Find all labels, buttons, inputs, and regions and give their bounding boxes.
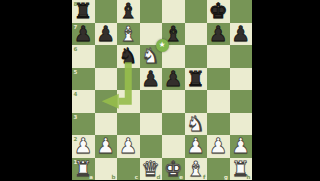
square-c2[interactable]: ♟ [117, 135, 140, 158]
piece-black-rook-f5[interactable]: ♜ [185, 68, 208, 91]
piece-white-pawn-f2[interactable]: ♟ [185, 135, 208, 158]
piece-white-pawn-c2[interactable]: ♟ [117, 135, 140, 158]
square-h8[interactable] [230, 0, 253, 23]
square-d4[interactable] [140, 90, 163, 113]
file-label-a: a [89, 174, 93, 180]
square-f3[interactable]: ♞ [185, 113, 208, 136]
square-h1[interactable]: h♜ [230, 158, 253, 181]
square-h3[interactable] [230, 113, 253, 136]
rank-label-2: 2 [74, 136, 78, 142]
square-e2[interactable] [162, 135, 185, 158]
square-e4[interactable] [162, 90, 185, 113]
piece-black-pawn-h7[interactable]: ♟ [230, 23, 253, 46]
square-f7[interactable] [185, 23, 208, 46]
square-b7[interactable]: ♟ [95, 23, 118, 46]
square-c4[interactable] [117, 90, 140, 113]
rank-label-1: 1 [74, 159, 78, 165]
square-g4[interactable] [207, 90, 230, 113]
rank-label-5: 5 [74, 69, 78, 75]
piece-black-pawn-b7[interactable]: ♟ [95, 23, 118, 46]
square-b2[interactable]: ♟ [95, 135, 118, 158]
piece-black-pawn-g7[interactable]: ♟ [207, 23, 230, 46]
file-label-f: f [203, 174, 205, 180]
piece-white-knight-f3[interactable]: ♞ [185, 113, 208, 136]
square-g1[interactable]: g [207, 158, 230, 181]
square-h2[interactable]: ♟ [230, 135, 253, 158]
square-c6[interactable]: ♞ [117, 45, 140, 68]
piece-black-bishop-c8[interactable]: ♝ [117, 0, 140, 23]
square-a6[interactable]: 6 [72, 45, 95, 68]
piece-black-pawn-e5[interactable]: ♟ [162, 68, 185, 91]
file-label-h: h [247, 174, 251, 180]
square-f4[interactable] [185, 90, 208, 113]
piece-white-bishop-c7[interactable]: ♝ [117, 23, 140, 46]
square-a4[interactable]: 4 [72, 90, 95, 113]
square-a7[interactable]: 7♟ [72, 23, 95, 46]
square-h7[interactable]: ♟ [230, 23, 253, 46]
square-a5[interactable]: 5 [72, 68, 95, 91]
square-c8[interactable]: ♝ [117, 0, 140, 23]
square-f8[interactable] [185, 0, 208, 23]
piece-white-pawn-h2[interactable]: ♟ [230, 135, 253, 158]
square-h5[interactable] [230, 68, 253, 91]
square-f2[interactable]: ♟ [185, 135, 208, 158]
square-a2[interactable]: 2♟ [72, 135, 95, 158]
square-b3[interactable] [95, 113, 118, 136]
pillarbox-left [0, 0, 72, 180]
square-e3[interactable] [162, 113, 185, 136]
square-h4[interactable] [230, 90, 253, 113]
square-d8[interactable] [140, 0, 163, 23]
square-b1[interactable]: b [95, 158, 118, 181]
square-b6[interactable] [95, 45, 118, 68]
chess-board: 8♜♝♚7♟♟♝♝♟♟6♞♞5♟♟♜43♞2♟♟♟♟♟♟1a♜bcd♛e♚f♝g… [72, 0, 252, 180]
file-label-e: e [179, 174, 183, 180]
square-d1[interactable]: d♛ [140, 158, 163, 181]
square-a1[interactable]: 1a♜ [72, 158, 95, 181]
square-f5[interactable]: ♜ [185, 68, 208, 91]
piece-black-king-g8[interactable]: ♚ [207, 0, 230, 23]
rank-label-4: 4 [74, 91, 78, 97]
square-g6[interactable] [207, 45, 230, 68]
square-e5[interactable]: ♟ [162, 68, 185, 91]
square-f1[interactable]: f♝ [185, 158, 208, 181]
file-label-b: b [112, 174, 116, 180]
square-f6[interactable] [185, 45, 208, 68]
square-g2[interactable]: ♟ [207, 135, 230, 158]
square-a3[interactable]: 3 [72, 113, 95, 136]
piece-black-knight-c6[interactable]: ♞ [117, 45, 140, 68]
square-c5[interactable] [117, 68, 140, 91]
star-icon: ★ [159, 41, 166, 49]
square-g8[interactable]: ♚ [207, 0, 230, 23]
square-h6[interactable] [230, 45, 253, 68]
square-c1[interactable]: c [117, 158, 140, 181]
pillarbox-right [252, 0, 320, 180]
move-quality-badge-d6: ★ [156, 39, 169, 52]
rank-label-3: 3 [74, 114, 78, 120]
rank-label-7: 7 [74, 24, 78, 30]
square-b8[interactable] [95, 0, 118, 23]
file-label-d: d [157, 174, 161, 180]
square-g7[interactable]: ♟ [207, 23, 230, 46]
square-e1[interactable]: e♚ [162, 158, 185, 181]
square-b5[interactable] [95, 68, 118, 91]
square-d3[interactable] [140, 113, 163, 136]
square-g3[interactable] [207, 113, 230, 136]
square-c7[interactable]: ♝ [117, 23, 140, 46]
square-e8[interactable] [162, 0, 185, 23]
square-d2[interactable] [140, 135, 163, 158]
rank-label-6: 6 [74, 46, 78, 52]
square-b4[interactable] [95, 90, 118, 113]
file-label-c: c [135, 174, 138, 180]
piece-white-pawn-b2[interactable]: ♟ [95, 135, 118, 158]
square-d5[interactable]: ♟ [140, 68, 163, 91]
video-frame: 8♜♝♚7♟♟♝♝♟♟6♞♞5♟♟♜43♞2♟♟♟♟♟♟1a♜bcd♛e♚f♝g… [0, 0, 320, 180]
square-c3[interactable] [117, 113, 140, 136]
rank-label-8: 8 [74, 1, 78, 7]
piece-black-pawn-d5[interactable]: ♟ [140, 68, 163, 91]
file-label-g: g [224, 174, 228, 180]
piece-white-pawn-g2[interactable]: ♟ [207, 135, 230, 158]
square-g5[interactable] [207, 68, 230, 91]
square-a8[interactable]: 8♜ [72, 0, 95, 23]
